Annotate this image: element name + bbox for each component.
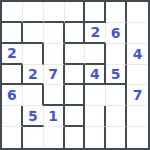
cell-r1c3[interactable] (44, 2, 65, 23)
cell-r1c7[interactable] (127, 2, 148, 23)
cell-r2c7[interactable] (127, 23, 148, 44)
cell-r5c6[interactable] (106, 85, 127, 106)
cell-r2c1[interactable] (2, 23, 23, 44)
cell-r3c3[interactable] (44, 44, 65, 65)
cell-r3c6[interactable] (106, 44, 127, 65)
cell-r6c1[interactable] (2, 106, 23, 127)
cell-r4c7[interactable] (127, 65, 148, 86)
cell-r6c4[interactable] (65, 106, 86, 127)
cell-r4c5[interactable]: 4 (85, 65, 106, 86)
cell-r3c1[interactable]: 2 (2, 44, 23, 65)
cell-r7c4[interactable] (65, 127, 86, 148)
cell-r6c2[interactable]: 5 (23, 106, 44, 127)
given-digit: 7 (133, 88, 143, 102)
given-digit: 6 (7, 88, 17, 102)
cell-r1c4[interactable] (65, 2, 86, 23)
cell-r4c6[interactable]: 5 (106, 65, 127, 86)
cell-r5c3[interactable] (44, 85, 65, 106)
cell-r5c7[interactable]: 7 (127, 85, 148, 106)
cell-r1c6[interactable] (106, 2, 127, 23)
cell-r6c3[interactable]: 1 (44, 106, 65, 127)
cell-r3c5[interactable] (85, 44, 106, 65)
cell-r1c1[interactable] (2, 2, 23, 23)
cell-r6c6[interactable] (106, 106, 127, 127)
cell-r5c5[interactable] (85, 85, 106, 106)
cell-r7c5[interactable] (85, 127, 106, 148)
cell-r7c7[interactable] (127, 127, 148, 148)
cell-r2c3[interactable] (44, 23, 65, 44)
cell-r5c2[interactable] (23, 85, 44, 106)
cell-r7c3[interactable] (44, 127, 65, 148)
cell-r1c5[interactable] (85, 2, 106, 23)
given-digit: 2 (7, 46, 17, 60)
given-digit: 4 (90, 66, 100, 80)
cell-r3c7[interactable]: 4 (127, 44, 148, 65)
cell-r5c4[interactable] (65, 85, 86, 106)
cell-r6c5[interactable] (85, 106, 106, 127)
cell-r7c2[interactable] (23, 127, 44, 148)
given-digit: 2 (28, 66, 38, 80)
cell-r4c4[interactable] (65, 65, 86, 86)
given-digit: 5 (28, 108, 38, 122)
given-digit: 4 (133, 46, 143, 60)
given-digit: 2 (90, 25, 100, 39)
cell-r7c1[interactable] (2, 127, 23, 148)
cell-r3c2[interactable] (23, 44, 44, 65)
cell-r4c1[interactable] (2, 65, 23, 86)
cell-r3c4[interactable] (65, 44, 86, 65)
puzzle-board: 262427456751 (0, 0, 150, 150)
cell-r4c3[interactable]: 7 (44, 65, 65, 86)
cell-r2c2[interactable] (23, 23, 44, 44)
cell-r2c6[interactable]: 6 (106, 23, 127, 44)
cell-r2c5[interactable]: 2 (85, 23, 106, 44)
cell-r1c2[interactable] (23, 2, 44, 23)
given-digit: 7 (48, 67, 58, 81)
cell-r5c1[interactable]: 6 (2, 85, 23, 106)
cell-r6c7[interactable] (127, 106, 148, 127)
given-digit: 5 (111, 66, 121, 80)
given-digit: 1 (48, 109, 58, 123)
given-digit: 6 (111, 25, 121, 39)
cell-r4c2[interactable]: 2 (23, 65, 44, 86)
cell-r7c6[interactable] (106, 127, 127, 148)
cell-r2c4[interactable] (65, 23, 86, 44)
